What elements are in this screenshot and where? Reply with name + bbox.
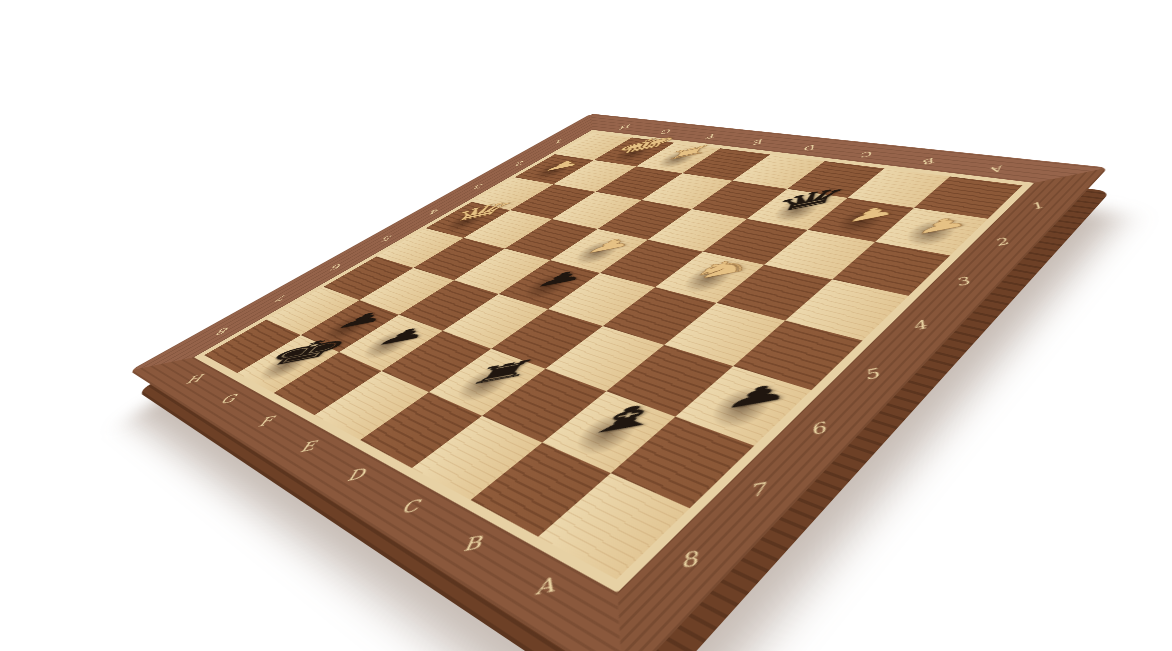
rank-label-right-1: 1 [1011, 195, 1063, 217]
board-tilt-wrapper: ♚♟♜♛♟♛♟♟♟♟♞♚♟♜♝♟ HGFEDCBAHGFEDCBA8765432… [0, 0, 1172, 651]
rank-label-right-2: 2 [975, 230, 1028, 255]
piece-white-pawn-a2: ♟ [897, 192, 992, 241]
rank-label-right-5: 5 [843, 358, 900, 391]
white-pawn-glyph: ♟ [913, 212, 973, 238]
file-label-near-D: D [331, 457, 381, 493]
square-e8 [315, 371, 429, 440]
piece-shadow-a6 [688, 375, 797, 443]
piece-black-pawn-a6: ♟ [700, 348, 825, 416]
square-b6 [606, 345, 733, 417]
square-b3 [764, 230, 875, 280]
square-c5 [603, 287, 717, 345]
piece-shadow-a2 [887, 213, 975, 254]
black-pawn-glyph: ♟ [719, 377, 797, 413]
square-c8 [412, 416, 542, 500]
square-a7 [611, 417, 754, 509]
black-bishop-glyph: ♝ [575, 396, 676, 441]
piece-black-bishop-b7: ♝ [565, 374, 696, 443]
rank-label-right-8: 8 [660, 536, 719, 584]
file-label-near-F: F [242, 407, 289, 437]
square-b7 [542, 391, 675, 473]
black-rook-glyph: ♜ [461, 355, 544, 390]
square-c6 [545, 326, 664, 391]
rank-label-right-4: 4 [892, 311, 948, 341]
square-f8 [274, 352, 382, 415]
file-label-near-G: G [205, 386, 250, 414]
square-c7 [482, 369, 606, 443]
square-a3 [832, 242, 950, 296]
square-a5 [733, 321, 862, 391]
file-label-near-E: E [284, 430, 332, 463]
square-a2 [875, 208, 988, 256]
file-label-near-C: C [384, 487, 435, 526]
square-a8 [538, 473, 690, 579]
square-a6 [675, 366, 811, 446]
square-e7 [382, 331, 492, 392]
square-c4 [655, 252, 764, 303]
rank-label-right-6: 6 [789, 410, 847, 448]
piece-black-rook-d7: ♜ [448, 333, 570, 392]
piece-shadow-c4 [665, 257, 752, 301]
square-b8 [471, 443, 611, 537]
square-d8 [360, 392, 482, 468]
photo-scene: ♚♟♜♛♟♛♟♟♟♟♞♚♟♜♝♟ HGFEDCBAHGFEDCBA8765432… [0, 0, 1172, 651]
chess-board: ♚♟♜♛♟♛♟♟♟♟♞♚♟♜♝♟ HGFEDCBAHGFEDCBA8765432… [130, 114, 1109, 651]
piece-shadow-d7 [437, 356, 533, 413]
square-a4 [785, 279, 908, 340]
square-d7 [429, 349, 546, 416]
square-d6 [491, 309, 603, 369]
file-label-near-B: B [446, 522, 498, 566]
rank-label-right-3: 3 [935, 268, 990, 295]
white-knight-glyph: ♞ [684, 252, 762, 284]
square-b4 [717, 265, 833, 321]
rank-label-right-7: 7 [729, 469, 787, 511]
piece-shadow-b7 [553, 400, 661, 470]
square-b5 [664, 303, 785, 366]
file-label-near-A: A [517, 562, 570, 611]
